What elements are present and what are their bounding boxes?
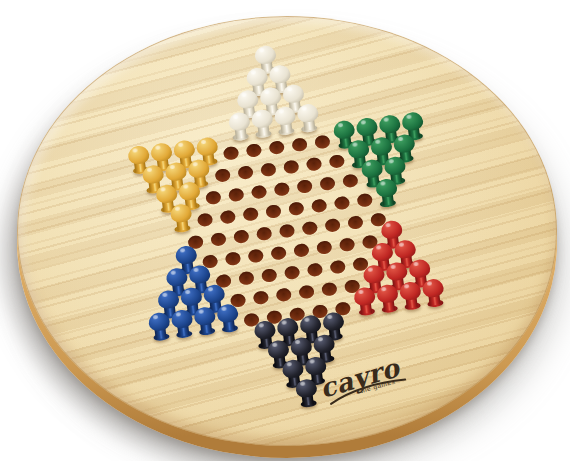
peg-head — [155, 183, 178, 203]
board-cell — [271, 283, 296, 307]
board-cell — [353, 294, 378, 318]
board-cell — [260, 200, 285, 224]
board-cell — [279, 261, 304, 285]
chinese-checkers-board: cayro the games — [17, 16, 557, 446]
peg-head — [394, 239, 417, 259]
peg-head — [156, 289, 179, 309]
board-hole[interactable] — [251, 185, 267, 200]
peg-head — [374, 177, 397, 197]
board-cell — [278, 155, 303, 179]
board-cell — [257, 264, 282, 288]
peg-head — [216, 303, 239, 323]
board-cell — [399, 289, 424, 313]
board-hole[interactable] — [238, 271, 254, 286]
board-hole[interactable] — [293, 243, 309, 258]
peg-head — [268, 64, 291, 84]
peg-head — [360, 158, 383, 178]
board-hole[interactable] — [274, 182, 290, 197]
board-hole[interactable] — [228, 188, 244, 203]
board-hole[interactable] — [247, 249, 263, 264]
board-cell — [310, 130, 335, 154]
board-cell — [215, 205, 240, 229]
board-cell — [265, 241, 290, 265]
peg-head — [273, 105, 296, 125]
peg-blue[interactable] — [148, 311, 172, 341]
board-cell — [273, 114, 298, 138]
peg-head — [141, 164, 164, 184]
peg-head — [165, 267, 188, 287]
board-hole[interactable] — [310, 199, 326, 214]
peg-head — [298, 314, 321, 334]
board-hole[interactable] — [296, 179, 312, 194]
board-hole[interactable] — [246, 143, 262, 158]
board-cell — [192, 208, 217, 232]
board-hole[interactable] — [252, 290, 268, 305]
board-hole[interactable] — [283, 160, 299, 175]
peg-red[interactable] — [399, 280, 423, 310]
board-hole[interactable] — [284, 265, 300, 280]
board-hole[interactable] — [324, 218, 340, 233]
board-cell — [220, 247, 245, 271]
peg-head — [383, 155, 406, 175]
board-cell — [325, 255, 350, 279]
board-cell — [227, 119, 252, 143]
peg-head — [236, 89, 259, 109]
board-cell — [229, 225, 254, 249]
board-cell — [206, 228, 231, 252]
peg-head — [127, 144, 150, 164]
peg-black[interactable] — [295, 378, 319, 408]
board-cell — [316, 278, 341, 302]
peg-head — [148, 311, 171, 331]
peg-head — [193, 305, 216, 325]
board-cell — [329, 191, 354, 215]
board-hole[interactable] — [210, 232, 226, 247]
peg-red[interactable] — [353, 286, 377, 316]
peg-head — [346, 139, 369, 159]
peg-head — [355, 116, 378, 136]
board-hole[interactable] — [269, 140, 285, 155]
board-hole[interactable] — [314, 135, 330, 150]
board-cell — [297, 216, 322, 240]
product-photo-scene: cayro the games — [0, 0, 570, 461]
peg-white[interactable] — [227, 111, 251, 141]
peg-head — [371, 241, 394, 261]
board-hole[interactable] — [338, 237, 354, 252]
peg-head — [179, 286, 202, 306]
board-cell — [234, 266, 259, 290]
peg-head — [169, 203, 192, 223]
peg-head — [295, 378, 318, 398]
board-hole[interactable] — [275, 288, 291, 303]
board-cell — [293, 280, 318, 304]
peg-head — [421, 277, 444, 297]
peg-head — [281, 358, 304, 378]
board-cell — [224, 183, 249, 207]
peg-head — [296, 102, 319, 122]
peg-red[interactable] — [376, 283, 400, 313]
board-cell — [218, 141, 243, 165]
board-cell — [232, 161, 257, 185]
board-cell — [170, 317, 195, 341]
peg-head — [380, 219, 403, 239]
peg-head — [312, 333, 335, 353]
peg-head — [173, 139, 196, 159]
peg-white[interactable] — [296, 102, 320, 132]
board-hole[interactable] — [291, 137, 307, 152]
board-hole[interactable] — [265, 204, 281, 219]
board-cell — [288, 239, 313, 263]
board-cell — [269, 177, 294, 201]
board-cell — [320, 214, 345, 238]
peg-head — [401, 111, 424, 131]
board-cell — [241, 139, 266, 163]
board-cell — [295, 386, 320, 410]
board-cell — [255, 158, 280, 182]
board-hole[interactable] — [302, 221, 318, 236]
board-cell — [216, 311, 241, 335]
peg-yellow[interactable] — [169, 203, 193, 233]
peg-white[interactable] — [250, 108, 274, 138]
board-cell — [301, 152, 326, 176]
peg-head — [385, 261, 408, 281]
peg-head — [362, 264, 385, 284]
peg-head — [376, 283, 399, 303]
peg-head — [267, 339, 290, 359]
board-cell — [292, 175, 317, 199]
board-cell — [148, 319, 173, 343]
board-hole[interactable] — [321, 282, 337, 297]
board-hole[interactable] — [342, 174, 358, 189]
board-cell — [238, 203, 263, 227]
peg-head — [282, 83, 305, 103]
board-hole[interactable] — [356, 193, 372, 208]
peg-head — [290, 336, 313, 356]
peg-blue[interactable] — [216, 303, 240, 333]
board-cell — [374, 186, 399, 210]
board-hole[interactable] — [328, 154, 344, 169]
peg-green[interactable] — [374, 177, 398, 207]
peg-head — [250, 108, 273, 128]
board-cell — [324, 150, 349, 174]
board-hole[interactable] — [242, 207, 258, 222]
peg-head — [333, 119, 356, 139]
board-cell — [302, 258, 327, 282]
board-hole[interactable] — [298, 285, 314, 300]
board-cell — [287, 133, 312, 157]
board-cell — [193, 314, 218, 338]
board-cell — [248, 286, 273, 310]
peg-head — [202, 283, 225, 303]
peg-head — [174, 244, 197, 264]
board-hole[interactable] — [270, 246, 286, 261]
board-cell — [311, 236, 336, 260]
board-cell — [306, 194, 331, 218]
board-cell — [169, 211, 194, 235]
board-cell — [338, 169, 363, 193]
peg-red[interactable] — [421, 277, 445, 307]
peg-head — [276, 316, 299, 336]
board-cell — [376, 291, 401, 315]
board-hole[interactable] — [305, 157, 321, 172]
peg-head — [170, 308, 193, 328]
board-hole[interactable] — [196, 213, 212, 228]
peg-head — [259, 86, 282, 106]
board-hole[interactable] — [347, 215, 363, 230]
board-cell — [250, 116, 275, 140]
board-cell — [243, 244, 268, 268]
board-hole[interactable] — [330, 260, 346, 275]
board-cell — [315, 172, 340, 196]
board-hole[interactable] — [205, 190, 221, 205]
peg-head — [178, 180, 201, 200]
board-cell — [246, 180, 271, 204]
peg-head — [150, 142, 173, 162]
peg-white[interactable] — [273, 105, 297, 135]
peg-head — [187, 158, 210, 178]
peg-head — [369, 136, 392, 156]
peg-head — [253, 319, 276, 339]
board-cell — [283, 197, 308, 221]
board-cell — [274, 219, 299, 243]
peg-head — [245, 66, 268, 86]
board-cell — [201, 186, 226, 210]
board-hole[interactable] — [214, 168, 230, 183]
peg-head — [196, 136, 219, 156]
board-hole[interactable] — [233, 229, 249, 244]
board-cell — [210, 164, 235, 188]
peg-head — [254, 44, 277, 64]
peg-blue[interactable] — [170, 308, 194, 338]
peg-head — [227, 111, 250, 131]
peg-head — [407, 258, 430, 278]
peg-head — [399, 280, 422, 300]
board-cell — [296, 111, 321, 135]
board-hole[interactable] — [260, 163, 276, 178]
board-hole[interactable] — [256, 226, 272, 241]
peg-head — [392, 133, 415, 153]
board-hole[interactable] — [224, 251, 240, 266]
board-cell — [334, 233, 359, 257]
peg-head — [378, 113, 401, 133]
board-hole[interactable] — [279, 224, 295, 239]
board-cell — [343, 211, 368, 235]
peg-blue[interactable] — [193, 305, 217, 335]
peg-head — [353, 286, 376, 306]
board-hole[interactable] — [261, 268, 277, 283]
board-cell — [422, 286, 447, 310]
board-hole[interactable] — [333, 196, 349, 211]
board-hole[interactable] — [316, 240, 332, 255]
board-hole[interactable] — [219, 210, 235, 225]
board-hole[interactable] — [319, 176, 335, 191]
board-cell — [264, 136, 289, 160]
board-hole[interactable] — [307, 263, 323, 278]
board-hole[interactable] — [237, 165, 253, 180]
board-cell — [352, 189, 377, 213]
peg-head — [321, 311, 344, 331]
board-hole[interactable] — [288, 201, 304, 216]
peg-head — [164, 161, 187, 181]
board-hole[interactable] — [223, 146, 239, 161]
peg-head — [188, 264, 211, 284]
board-cell — [251, 222, 276, 246]
